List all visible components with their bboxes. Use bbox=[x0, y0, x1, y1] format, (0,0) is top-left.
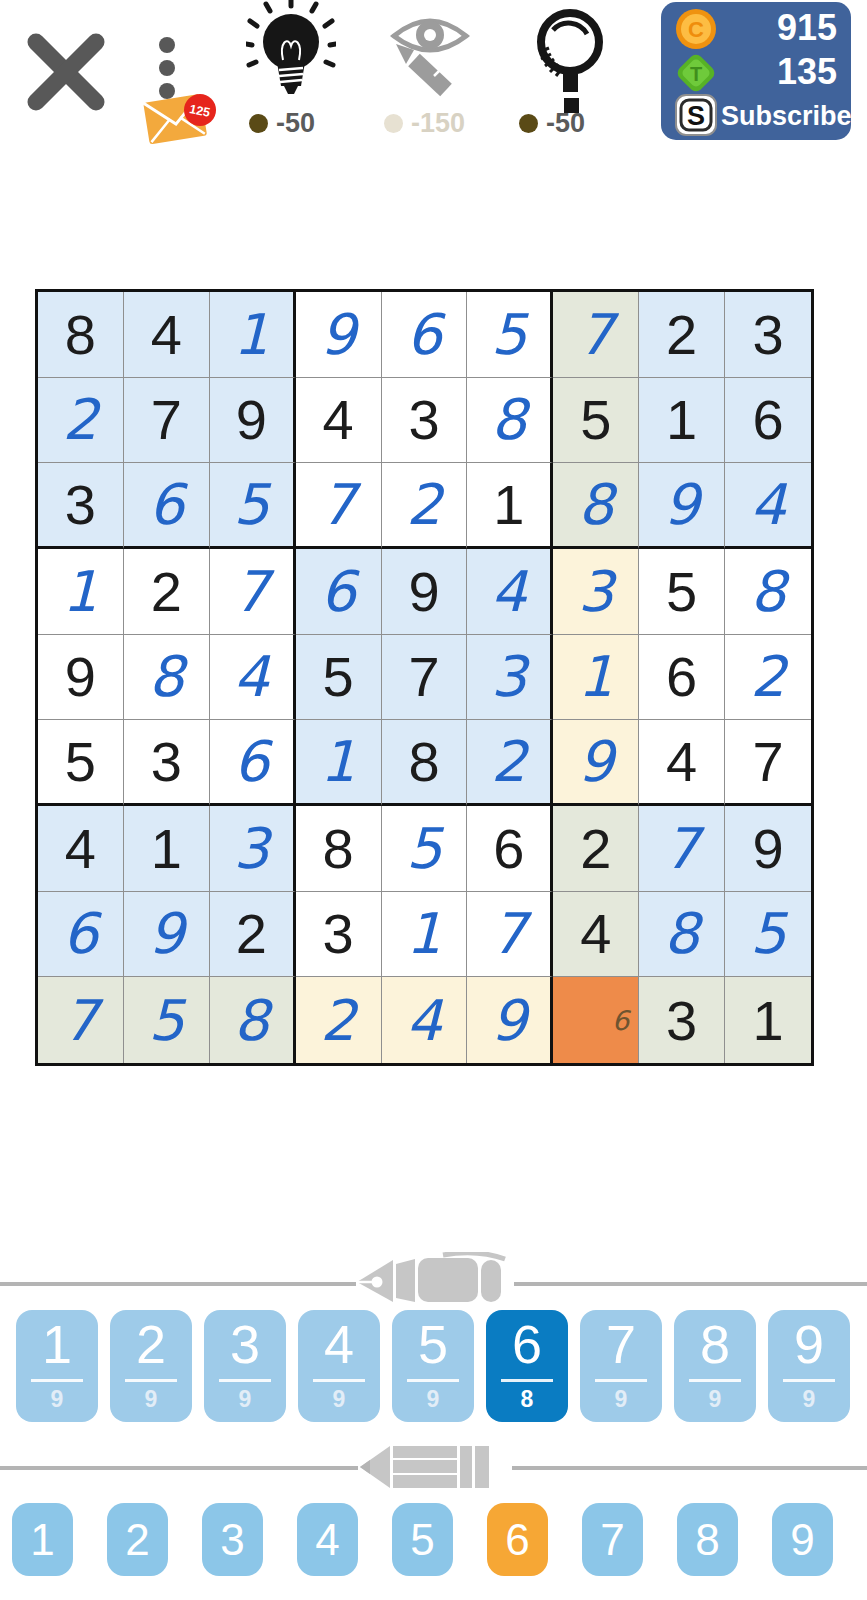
pen-key-digit: 3 bbox=[230, 1312, 260, 1376]
given-digit: 2 bbox=[236, 901, 267, 966]
svg-text:C: C bbox=[688, 17, 704, 42]
pen-key-digit: 7 bbox=[606, 1312, 636, 1376]
cell-r1c7[interactable]: 7 bbox=[553, 292, 639, 378]
user-digit: 5 bbox=[406, 816, 442, 881]
pencil-check-icon[interactable] bbox=[390, 4, 474, 104]
user-digit: 5 bbox=[233, 472, 269, 537]
given-digit: 7 bbox=[151, 387, 182, 452]
user-digit: 2 bbox=[491, 729, 527, 794]
user-digit: 1 bbox=[578, 644, 614, 709]
cell-r2c3[interactable]: 9 bbox=[210, 378, 296, 464]
cell-r7c6[interactable]: 6 bbox=[467, 806, 553, 892]
pen-key-count: 9 bbox=[803, 1386, 816, 1413]
coin-dot-icon bbox=[384, 114, 403, 133]
cell-r7c5[interactable]: 5 bbox=[382, 806, 468, 892]
cell-r5c9[interactable]: 2 bbox=[725, 635, 811, 721]
cell-r9c3[interactable]: 8 bbox=[210, 977, 296, 1063]
cell-r1c2[interactable]: 4 bbox=[124, 292, 210, 378]
sudoku-app: 125 -50 bbox=[0, 0, 867, 1600]
cell-r5c7[interactable]: 1 bbox=[553, 635, 639, 721]
pen-divider-line-left bbox=[0, 1282, 356, 1286]
cell-r4c2[interactable]: 2 bbox=[124, 549, 210, 635]
user-digit: 2 bbox=[750, 644, 786, 709]
cell-r8c7[interactable]: 4 bbox=[553, 892, 639, 978]
pen-key-count: 9 bbox=[239, 1386, 252, 1413]
user-digit: 1 bbox=[233, 302, 269, 367]
cell-r1c8[interactable]: 2 bbox=[639, 292, 725, 378]
user-digit: 8 bbox=[578, 472, 614, 537]
cell-r7c4[interactable]: 8 bbox=[296, 806, 382, 892]
subscribe-label[interactable]: Subscribe bbox=[721, 101, 852, 132]
pencil-divider-line-right bbox=[512, 1466, 867, 1470]
cell-r1c3[interactable]: 1 bbox=[210, 292, 296, 378]
cell-r5c8[interactable]: 6 bbox=[639, 635, 725, 721]
user-digit: 6 bbox=[233, 729, 269, 794]
cell-r8c9[interactable]: 5 bbox=[725, 892, 811, 978]
cell-r4c4[interactable]: 6 bbox=[296, 549, 382, 635]
cell-r9c6[interactable]: 9 bbox=[467, 977, 553, 1063]
user-digit: 6 bbox=[320, 559, 356, 624]
cell-r4c1[interactable]: 1 bbox=[38, 549, 124, 635]
cell-r4c3[interactable]: 7 bbox=[210, 549, 296, 635]
user-digit: 9 bbox=[149, 901, 185, 966]
user-digit: 2 bbox=[63, 387, 99, 452]
cell-r6c7[interactable]: 9 bbox=[553, 720, 639, 806]
subscribe-panel[interactable]: C 915 T 135 S Subscribe bbox=[661, 2, 851, 140]
cell-r4c5[interactable]: 9 bbox=[382, 549, 468, 635]
user-digit: 8 bbox=[233, 988, 269, 1053]
pen-key-divider bbox=[783, 1379, 835, 1382]
user-digit: 8 bbox=[750, 559, 786, 624]
pen-key-divider bbox=[501, 1379, 553, 1382]
cell-r5c5[interactable]: 7 bbox=[382, 635, 468, 721]
user-digit: 5 bbox=[491, 302, 527, 367]
given-digit: 8 bbox=[408, 729, 439, 794]
user-digit: 1 bbox=[320, 729, 356, 794]
menu-icon[interactable]: 125 bbox=[140, 30, 240, 148]
given-digit: 3 bbox=[65, 472, 96, 537]
user-digit: 3 bbox=[233, 816, 269, 881]
given-digit: 8 bbox=[323, 816, 354, 881]
given-digit: 3 bbox=[666, 988, 697, 1053]
token-gem-icon: T bbox=[675, 52, 717, 94]
pen-key-digit: 8 bbox=[700, 1312, 730, 1376]
pen-key-3[interactable]: 39 bbox=[204, 1310, 286, 1422]
cell-r8c1[interactable]: 6 bbox=[38, 892, 124, 978]
tokens-value: 135 bbox=[777, 50, 837, 94]
s-logo-icon: S bbox=[675, 94, 717, 136]
cell-r3c3[interactable]: 5 bbox=[210, 463, 296, 549]
user-digit: 7 bbox=[233, 559, 269, 624]
svg-text:T: T bbox=[690, 63, 702, 85]
given-digit: 6 bbox=[752, 387, 783, 452]
cell-r7c2[interactable]: 1 bbox=[124, 806, 210, 892]
given-digit: 4 bbox=[151, 302, 182, 367]
user-digit: 9 bbox=[578, 729, 614, 794]
pen-key-count: 9 bbox=[709, 1386, 722, 1413]
user-digit: 4 bbox=[233, 644, 269, 709]
given-digit: 5 bbox=[323, 644, 354, 709]
pen-key-divider bbox=[313, 1379, 365, 1382]
user-digit: 8 bbox=[149, 644, 185, 709]
pen-key-8[interactable]: 89 bbox=[674, 1310, 756, 1422]
cell-r1c5[interactable]: 6 bbox=[382, 292, 468, 378]
given-digit: 9 bbox=[408, 559, 439, 624]
pencil-key-7[interactable]: 7 bbox=[582, 1503, 643, 1576]
pencil-key-9[interactable]: 9 bbox=[772, 1503, 833, 1576]
find-icon[interactable] bbox=[525, 2, 615, 120]
cell-r6c1[interactable]: 5 bbox=[38, 720, 124, 806]
given-digit: 9 bbox=[236, 387, 267, 452]
pen-key-count: 9 bbox=[427, 1386, 440, 1413]
user-digit: 6 bbox=[406, 302, 442, 367]
cell-r8c4[interactable]: 3 bbox=[296, 892, 382, 978]
cell-r3c7[interactable]: 8 bbox=[553, 463, 639, 549]
pen-key-digit: 2 bbox=[136, 1312, 166, 1376]
given-digit: 7 bbox=[752, 729, 783, 794]
cell-r2c7[interactable]: 5 bbox=[553, 378, 639, 464]
cell-r8c8[interactable]: 8 bbox=[639, 892, 725, 978]
cell-r3c4[interactable]: 7 bbox=[296, 463, 382, 549]
pen-key-9[interactable]: 99 bbox=[768, 1310, 850, 1422]
pen-key-digit: 5 bbox=[418, 1312, 448, 1376]
pen-key-count: 9 bbox=[333, 1386, 346, 1413]
pen-divider-line-right bbox=[514, 1282, 867, 1286]
given-digit: 2 bbox=[151, 559, 182, 624]
user-digit: 1 bbox=[63, 559, 99, 624]
pencil-key-5[interactable]: 5 bbox=[392, 1503, 453, 1576]
cell-r8c5[interactable]: 1 bbox=[382, 892, 468, 978]
given-digit: 9 bbox=[752, 816, 783, 881]
cell-r5c3[interactable]: 4 bbox=[210, 635, 296, 721]
pencil-key-6[interactable]: 6 bbox=[487, 1503, 548, 1576]
pen-key-divider bbox=[125, 1379, 177, 1382]
cell-r1c1[interactable]: 8 bbox=[38, 292, 124, 378]
keypad-pen: 192939495968798999 bbox=[16, 1310, 850, 1422]
cell-r9c1[interactable]: 7 bbox=[38, 977, 124, 1063]
cell-r2c2[interactable]: 7 bbox=[124, 378, 210, 464]
cell-r9c5[interactable]: 4 bbox=[382, 977, 468, 1063]
given-digit: 1 bbox=[151, 816, 182, 881]
cell-r7c7[interactable]: 2 bbox=[553, 806, 639, 892]
cell-r7c9[interactable]: 9 bbox=[725, 806, 811, 892]
cell-r8c3[interactable]: 2 bbox=[210, 892, 296, 978]
pencil-icon bbox=[358, 1442, 510, 1492]
cell-r5c1[interactable]: 9 bbox=[38, 635, 124, 721]
pen-key-divider bbox=[689, 1379, 741, 1382]
cell-r1c6[interactable]: 5 bbox=[467, 292, 553, 378]
cell-r1c9[interactable]: 3 bbox=[725, 292, 811, 378]
user-digit: 7 bbox=[491, 901, 527, 966]
coin-icon: C bbox=[675, 8, 717, 50]
given-digit: 1 bbox=[752, 988, 783, 1053]
cell-r7c8[interactable]: 7 bbox=[639, 806, 725, 892]
pen-key-count: 8 bbox=[521, 1386, 534, 1413]
given-digit: 5 bbox=[65, 729, 96, 794]
pencil-key-3[interactable]: 3 bbox=[202, 1503, 263, 1576]
cell-r6c4[interactable]: 1 bbox=[296, 720, 382, 806]
given-digit: 4 bbox=[323, 387, 354, 452]
given-digit: 6 bbox=[493, 816, 524, 881]
pen-key-divider bbox=[407, 1379, 459, 1382]
user-digit: 7 bbox=[578, 302, 614, 367]
pen-key-1[interactable]: 19 bbox=[16, 1310, 98, 1422]
given-digit: 1 bbox=[666, 387, 697, 452]
keypad-pencil: 123456789 bbox=[12, 1503, 833, 1576]
pen-key-divider bbox=[31, 1379, 83, 1382]
find-cost: -50 bbox=[519, 108, 585, 139]
coin-dot-icon bbox=[519, 114, 538, 133]
coin-dot-icon bbox=[249, 114, 268, 133]
pen-key-count: 9 bbox=[615, 1386, 628, 1413]
cell-r6c2[interactable]: 3 bbox=[124, 720, 210, 806]
given-digit: 1 bbox=[493, 472, 524, 537]
cell-r9c2[interactable]: 5 bbox=[124, 977, 210, 1063]
cell-r3c6[interactable]: 1 bbox=[467, 463, 553, 549]
user-digit: 2 bbox=[320, 988, 356, 1053]
user-digit: 4 bbox=[491, 559, 527, 624]
hint-bulb-icon[interactable] bbox=[246, 0, 336, 106]
user-digit: 3 bbox=[491, 644, 527, 709]
user-digit: 4 bbox=[750, 472, 786, 537]
user-digit: 9 bbox=[491, 988, 527, 1053]
cell-r4c6[interactable]: 4 bbox=[467, 549, 553, 635]
pen-key-4[interactable]: 49 bbox=[298, 1310, 380, 1422]
pencil-key-2[interactable]: 2 bbox=[107, 1503, 168, 1576]
given-digit: 4 bbox=[65, 816, 96, 881]
pencil-check-cost: -150 bbox=[384, 108, 465, 139]
cell-r6c5[interactable]: 8 bbox=[382, 720, 468, 806]
given-digit: 4 bbox=[580, 901, 611, 966]
cell-r3c9[interactable]: 4 bbox=[725, 463, 811, 549]
pen-key-digit: 6 bbox=[512, 1312, 542, 1376]
pen-key-5[interactable]: 59 bbox=[392, 1310, 474, 1422]
pencil-key-1[interactable]: 1 bbox=[12, 1503, 73, 1576]
given-digit: 5 bbox=[580, 387, 611, 452]
cell-r8c2[interactable]: 9 bbox=[124, 892, 210, 978]
hint-cost: -50 bbox=[249, 108, 315, 139]
cell-r9c9[interactable]: 1 bbox=[725, 977, 811, 1063]
pen-key-digit: 9 bbox=[794, 1312, 824, 1376]
user-digit: 4 bbox=[406, 988, 442, 1053]
given-digit: 3 bbox=[323, 901, 354, 966]
user-digit: 9 bbox=[320, 302, 356, 367]
given-digit: 6 bbox=[666, 644, 697, 709]
pen-key-divider bbox=[219, 1379, 271, 1382]
cell-r2c6[interactable]: 8 bbox=[467, 378, 553, 464]
close-icon[interactable] bbox=[24, 30, 108, 114]
pen-key-count: 9 bbox=[51, 1386, 64, 1413]
cell-r6c8[interactable]: 4 bbox=[639, 720, 725, 806]
cell-r6c9[interactable]: 7 bbox=[725, 720, 811, 806]
cell-r2c1[interactable]: 2 bbox=[38, 378, 124, 464]
coins-value: 915 bbox=[777, 6, 837, 50]
user-digit: 7 bbox=[664, 816, 700, 881]
pencil-note: 6 bbox=[612, 1005, 629, 1036]
sudoku-board: 8419657232794385163657218941276943589845… bbox=[35, 289, 814, 1066]
pencil-key-8[interactable]: 8 bbox=[677, 1503, 738, 1576]
user-digit: 5 bbox=[750, 901, 786, 966]
cell-r8c6[interactable]: 7 bbox=[467, 892, 553, 978]
given-digit: 9 bbox=[65, 644, 96, 709]
user-digit: 9 bbox=[664, 472, 700, 537]
pen-key-divider bbox=[595, 1379, 647, 1382]
cell-r4c7[interactable]: 3 bbox=[553, 549, 639, 635]
given-digit: 2 bbox=[666, 302, 697, 367]
cell-r2c9[interactable]: 6 bbox=[725, 378, 811, 464]
user-digit: 1 bbox=[406, 901, 442, 966]
user-digit: 2 bbox=[406, 472, 442, 537]
cell-r2c5[interactable]: 3 bbox=[382, 378, 468, 464]
cell-r9c4[interactable]: 2 bbox=[296, 977, 382, 1063]
user-digit: 3 bbox=[578, 559, 614, 624]
cell-r2c4[interactable]: 4 bbox=[296, 378, 382, 464]
user-digit: 7 bbox=[320, 472, 356, 537]
cell-r4c8[interactable]: 5 bbox=[639, 549, 725, 635]
cell-r3c2[interactable]: 6 bbox=[124, 463, 210, 549]
given-digit: 4 bbox=[666, 729, 697, 794]
cell-r7c3[interactable]: 3 bbox=[210, 806, 296, 892]
cell-r3c1[interactable]: 3 bbox=[38, 463, 124, 549]
pencil-key-4[interactable]: 4 bbox=[297, 1503, 358, 1576]
given-digit: 7 bbox=[408, 644, 439, 709]
cell-r3c5[interactable]: 2 bbox=[382, 463, 468, 549]
cell-r5c4[interactable]: 5 bbox=[296, 635, 382, 721]
svg-text:S: S bbox=[687, 101, 705, 131]
pen-key-6[interactable]: 68 bbox=[486, 1310, 568, 1422]
given-digit: 2 bbox=[580, 816, 611, 881]
user-digit: 6 bbox=[149, 472, 185, 537]
cell-r9c8[interactable]: 3 bbox=[639, 977, 725, 1063]
user-digit: 5 bbox=[149, 988, 185, 1053]
given-digit: 8 bbox=[65, 302, 96, 367]
cell-r2c8[interactable]: 1 bbox=[639, 378, 725, 464]
cell-r4c9[interactable]: 8 bbox=[725, 549, 811, 635]
user-digit: 8 bbox=[664, 901, 700, 966]
cell-r1c4[interactable]: 9 bbox=[296, 292, 382, 378]
pen-key-count: 9 bbox=[145, 1386, 158, 1413]
cell-r5c2[interactable]: 8 bbox=[124, 635, 210, 721]
user-digit: 7 bbox=[63, 988, 99, 1053]
given-digit: 3 bbox=[752, 302, 783, 367]
cell-r7c1[interactable]: 4 bbox=[38, 806, 124, 892]
given-digit: 5 bbox=[666, 559, 697, 624]
pen-icon bbox=[355, 1252, 513, 1304]
pencil-divider-line-left bbox=[0, 1466, 358, 1470]
user-digit: 6 bbox=[63, 901, 99, 966]
given-digit: 3 bbox=[408, 387, 439, 452]
pen-key-digit: 1 bbox=[42, 1312, 72, 1376]
user-digit: 8 bbox=[491, 387, 527, 452]
pen-key-2[interactable]: 29 bbox=[110, 1310, 192, 1422]
given-digit: 3 bbox=[151, 729, 182, 794]
pen-key-7[interactable]: 79 bbox=[580, 1310, 662, 1422]
cell-r9c7[interactable]: 6 bbox=[553, 977, 639, 1063]
pen-key-digit: 4 bbox=[324, 1312, 354, 1376]
cell-r6c6[interactable]: 2 bbox=[467, 720, 553, 806]
cell-r6c3[interactable]: 6 bbox=[210, 720, 296, 806]
cell-r5c6[interactable]: 3 bbox=[467, 635, 553, 721]
cell-r3c8[interactable]: 9 bbox=[639, 463, 725, 549]
